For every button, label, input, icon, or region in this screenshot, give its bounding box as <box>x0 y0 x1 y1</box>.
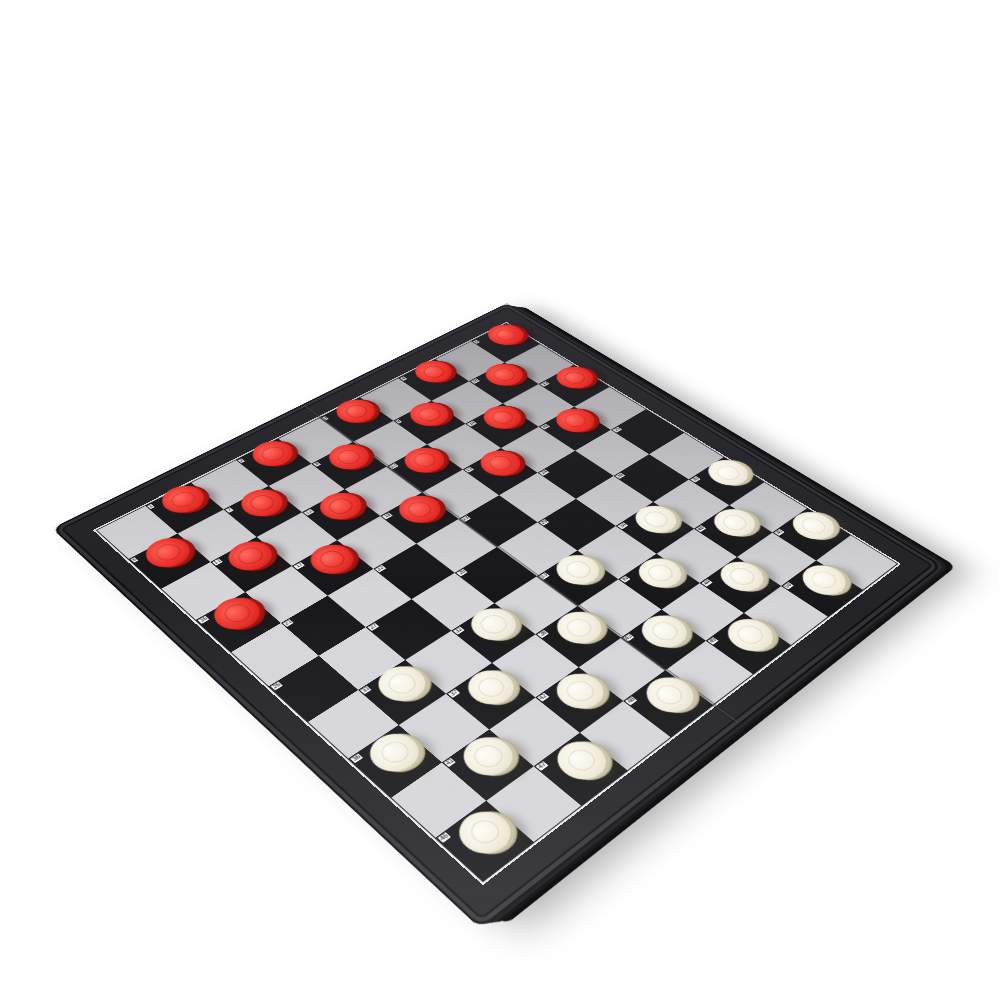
square-number-label: 41 <box>443 757 456 767</box>
square-number-label: 29 <box>539 519 550 526</box>
square-number-label: 35 <box>690 476 700 483</box>
square-number-label: 13 <box>388 463 399 470</box>
square-number-label: 26 <box>270 681 283 690</box>
square-number-label: 32 <box>452 626 464 634</box>
square-number-label: 28 <box>456 569 467 577</box>
square-number-label: 4 <box>400 376 408 381</box>
square-number-label: 5 <box>473 340 480 344</box>
square-number-label: 10 <box>470 378 480 384</box>
square-number-label: 11 <box>212 558 224 566</box>
red-piece[interactable] <box>549 362 601 393</box>
square-number-label: 3 <box>321 416 329 421</box>
square-number-label: 49 <box>707 637 719 645</box>
square-number-label: 46 <box>438 832 452 843</box>
board-frame: 1234567891011121314151617181920212223242… <box>52 303 942 929</box>
square-number-label: 16 <box>197 616 209 624</box>
red-piece[interactable] <box>302 539 363 580</box>
square-number-label: 9 <box>394 419 402 424</box>
square-number-label: 2 <box>237 458 245 463</box>
square-number-label: 50 <box>783 582 794 590</box>
square-number-label: 8 <box>313 461 321 466</box>
square-number-label: 31 <box>359 685 372 694</box>
square-number-label: 22 <box>375 565 387 573</box>
square-number-label: 38 <box>537 630 549 638</box>
square-number-label: 19 <box>464 466 475 473</box>
square-number-label: 24 <box>539 469 550 476</box>
draughts-board: 1234567891011121314151617181920212223242… <box>52 303 942 929</box>
square-number-label: 21 <box>282 619 294 627</box>
square-number-label: 15 <box>540 381 550 387</box>
square-number-label: 1 <box>147 504 155 510</box>
square-number-label: 37 <box>448 689 460 698</box>
square-number-label: 18 <box>382 512 393 519</box>
red-piece[interactable] <box>481 321 531 349</box>
square-number-label: 12 <box>303 509 314 516</box>
square-number-label: 43 <box>622 633 634 641</box>
square-number-label: 36 <box>350 753 363 763</box>
board-field: 1234567891011121314151617181920212223242… <box>97 324 897 881</box>
square-number-label: 48 <box>625 696 637 705</box>
white-piece[interactable] <box>784 507 842 545</box>
square-number-label: 40 <box>696 525 707 532</box>
square-number-label: 20 <box>540 424 550 430</box>
square-number-label: 39 <box>620 575 631 583</box>
dark-square-27[interactable]: 27 <box>366 599 451 659</box>
red-piece[interactable] <box>233 484 291 522</box>
square-number-label: 25 <box>613 427 623 433</box>
square-number-label: 44 <box>701 579 712 587</box>
square-number-label: 6 <box>130 556 139 562</box>
square-number-label: 45 <box>774 529 785 536</box>
white-piece[interactable] <box>627 500 685 538</box>
square-number-label: 34 <box>617 522 628 529</box>
square-number-label: 42 <box>537 693 549 702</box>
square-number-label: 27 <box>367 623 379 631</box>
square-number-label: 33 <box>538 572 549 580</box>
square-number-label: 47 <box>536 761 549 771</box>
square-number-label: 23 <box>460 515 471 522</box>
